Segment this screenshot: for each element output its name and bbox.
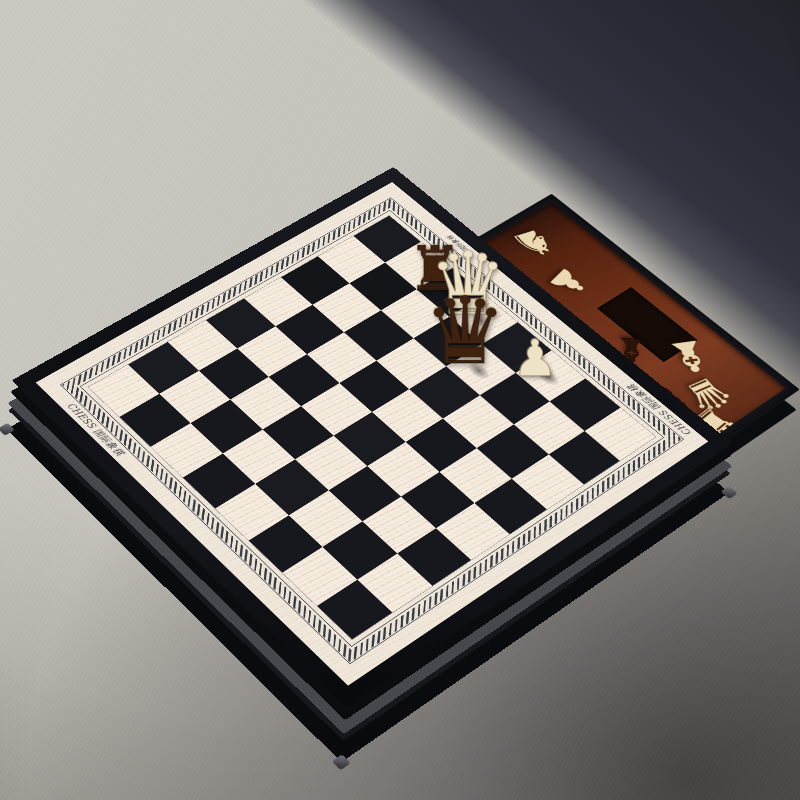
product-photo-scene: ♞♟♝♝♟♛♜ CHESS 国际象棋 CHESS 国际象棋 国际象棋 ♜♛♟♛ [0, 0, 800, 800]
vignette-overlay [0, 0, 800, 800]
